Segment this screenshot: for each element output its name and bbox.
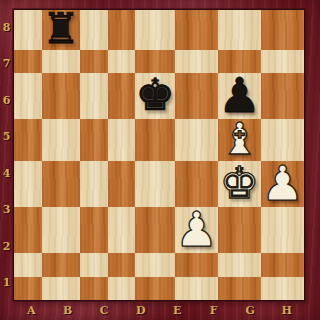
rank-label-3: 3 (0, 192, 13, 229)
square-g3[interactable] (218, 207, 261, 253)
rank-labels: 87654321 (0, 9, 13, 301)
square-c7[interactable] (80, 50, 108, 73)
square-a4[interactable] (14, 161, 42, 207)
square-b8[interactable]: ♜ (42, 10, 80, 50)
square-c1[interactable] (80, 277, 108, 300)
file-label-d: D (123, 301, 160, 320)
black-pawn-g6[interactable]: ♟ (218, 71, 261, 119)
square-g5[interactable]: ♝ (218, 119, 261, 161)
square-d8[interactable] (108, 10, 136, 50)
file-label-a: A (13, 301, 50, 320)
square-g8[interactable] (218, 10, 261, 50)
file-label-c: C (86, 301, 123, 320)
square-g2[interactable] (218, 253, 261, 276)
square-f3[interactable]: ♟ (175, 207, 218, 253)
square-e2[interactable] (135, 253, 174, 276)
square-h2[interactable] (261, 253, 304, 276)
file-label-g: G (232, 301, 269, 320)
square-c4[interactable] (80, 161, 108, 207)
square-h4[interactable]: ♟ (261, 161, 304, 207)
square-d4[interactable] (108, 161, 136, 207)
square-e8[interactable] (135, 10, 174, 50)
rank-label-5: 5 (0, 119, 13, 156)
square-f5[interactable] (175, 119, 218, 161)
square-a6[interactable] (14, 73, 42, 119)
square-c6[interactable] (80, 73, 108, 119)
square-d2[interactable] (108, 253, 136, 276)
square-h6[interactable] (261, 73, 304, 119)
square-e5[interactable] (135, 119, 174, 161)
square-c2[interactable] (80, 253, 108, 276)
square-d3[interactable] (108, 207, 136, 253)
square-e1[interactable] (135, 277, 174, 300)
rank-label-4: 4 (0, 155, 13, 192)
file-label-h: H (269, 301, 306, 320)
black-king-e6[interactable]: ♚ (135, 73, 174, 117)
square-e3[interactable] (135, 207, 174, 253)
file-labels: ABCDEFGH (13, 301, 305, 320)
square-d1[interactable] (108, 277, 136, 300)
square-f1[interactable] (175, 277, 218, 300)
square-e6[interactable]: ♚ (135, 73, 174, 119)
file-label-e: E (159, 301, 196, 320)
white-pawn-h4[interactable]: ♟ (261, 159, 304, 207)
square-b1[interactable] (42, 277, 80, 300)
chess-diagram: 87654321 ABCDEFGH ♜♚♟♝♚♟♟ (0, 0, 320, 320)
square-a5[interactable] (14, 119, 42, 161)
square-f8[interactable] (175, 10, 218, 50)
square-f7[interactable] (175, 50, 218, 73)
square-c8[interactable] (80, 10, 108, 50)
square-c3[interactable] (80, 207, 108, 253)
square-h3[interactable] (261, 207, 304, 253)
square-b2[interactable] (42, 253, 80, 276)
square-g4[interactable]: ♚ (218, 161, 261, 207)
white-king-g4[interactable]: ♚ (220, 161, 259, 205)
square-a8[interactable] (14, 10, 42, 50)
square-g1[interactable] (218, 277, 261, 300)
square-b3[interactable] (42, 207, 80, 253)
white-bishop-g5[interactable]: ♝ (220, 117, 259, 161)
rank-label-6: 6 (0, 82, 13, 119)
square-f6[interactable] (175, 73, 218, 119)
black-rook-b8[interactable]: ♜ (42, 8, 80, 50)
square-b6[interactable] (42, 73, 80, 119)
square-h1[interactable] (261, 277, 304, 300)
chessboard[interactable]: ♜♚♟♝♚♟♟ (13, 9, 305, 301)
square-a1[interactable] (14, 277, 42, 300)
square-d5[interactable] (108, 119, 136, 161)
square-e4[interactable] (135, 161, 174, 207)
white-pawn-f3[interactable]: ♟ (175, 205, 218, 253)
square-d6[interactable] (108, 73, 136, 119)
rank-label-7: 7 (0, 46, 13, 83)
square-a2[interactable] (14, 253, 42, 276)
square-d7[interactable] (108, 50, 136, 73)
square-b5[interactable] (42, 119, 80, 161)
square-a3[interactable] (14, 207, 42, 253)
square-f2[interactable] (175, 253, 218, 276)
square-h7[interactable] (261, 50, 304, 73)
square-a7[interactable] (14, 50, 42, 73)
rank-label-2: 2 (0, 228, 13, 265)
square-b4[interactable] (42, 161, 80, 207)
square-b7[interactable] (42, 50, 80, 73)
rank-label-1: 1 (0, 265, 13, 302)
square-c5[interactable] (80, 119, 108, 161)
file-label-f: F (196, 301, 233, 320)
file-label-b: B (50, 301, 87, 320)
rank-label-8: 8 (0, 9, 13, 46)
square-h8[interactable] (261, 10, 304, 50)
